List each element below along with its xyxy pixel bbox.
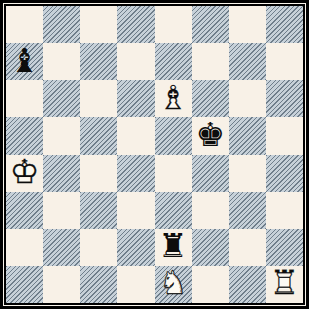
square-g6[interactable] (229, 80, 266, 117)
white-knight: ♞♘ (157, 268, 190, 301)
square-a7[interactable]: ♝ (6, 43, 43, 80)
square-b6[interactable] (43, 80, 80, 117)
square-h7[interactable] (266, 43, 303, 80)
square-a4[interactable]: ♚♔ (6, 155, 43, 192)
white-bishop-glyph: ♗ (158, 81, 188, 114)
square-g7[interactable] (229, 43, 266, 80)
square-h1[interactable]: ♜♖ (266, 266, 303, 303)
square-d4[interactable] (117, 155, 154, 192)
square-a2[interactable] (6, 229, 43, 266)
square-b8[interactable] (43, 6, 80, 43)
diagram-frame: ♝♝♗♚♚♔♜♞♘♜♖ (0, 0, 309, 309)
square-f5[interactable]: ♚ (192, 117, 229, 154)
frame-hairline: ♝♝♗♚♚♔♜♞♘♜♖ (3, 3, 306, 306)
square-d8[interactable] (117, 6, 154, 43)
square-f7[interactable] (192, 43, 229, 80)
square-c2[interactable] (80, 229, 117, 266)
square-f8[interactable] (192, 6, 229, 43)
square-e1[interactable]: ♞♘ (155, 266, 192, 303)
square-g8[interactable] (229, 6, 266, 43)
black-king: ♚ (194, 119, 227, 152)
white-rook-glyph: ♖ (270, 267, 300, 300)
square-b5[interactable] (43, 117, 80, 154)
square-b4[interactable] (43, 155, 80, 192)
white-king-glyph: ♔ (10, 155, 40, 188)
square-h4[interactable] (266, 155, 303, 192)
square-g3[interactable] (229, 192, 266, 229)
square-a1[interactable] (6, 266, 43, 303)
square-a3[interactable] (6, 192, 43, 229)
square-b7[interactable] (43, 43, 80, 80)
square-d5[interactable] (117, 117, 154, 154)
square-d3[interactable] (117, 192, 154, 229)
chess-board: ♝♝♗♚♚♔♜♞♘♜♖ (6, 6, 303, 303)
square-e8[interactable] (155, 6, 192, 43)
board-border: ♝♝♗♚♚♔♜♞♘♜♖ (4, 4, 305, 305)
square-g4[interactable] (229, 155, 266, 192)
square-c1[interactable] (80, 266, 117, 303)
square-c4[interactable] (80, 155, 117, 192)
black-king-glyph: ♚ (195, 118, 225, 151)
square-e2[interactable]: ♜ (155, 229, 192, 266)
square-e7[interactable] (155, 43, 192, 80)
black-bishop: ♝ (8, 45, 41, 78)
square-e6[interactable]: ♝♗ (155, 80, 192, 117)
square-g5[interactable] (229, 117, 266, 154)
square-f1[interactable] (192, 266, 229, 303)
square-h6[interactable] (266, 80, 303, 117)
white-rook: ♜♖ (268, 268, 301, 301)
black-rook: ♜ (157, 231, 190, 264)
square-f4[interactable] (192, 155, 229, 192)
square-a5[interactable] (6, 117, 43, 154)
white-knight-glyph: ♘ (158, 267, 188, 300)
square-e3[interactable] (155, 192, 192, 229)
square-f2[interactable] (192, 229, 229, 266)
black-bishop-glyph: ♝ (10, 44, 40, 77)
white-bishop: ♝♗ (157, 82, 190, 115)
square-b2[interactable] (43, 229, 80, 266)
square-h5[interactable] (266, 117, 303, 154)
square-b3[interactable] (43, 192, 80, 229)
square-c6[interactable] (80, 80, 117, 117)
white-king: ♚♔ (8, 157, 41, 190)
square-f3[interactable] (192, 192, 229, 229)
square-c8[interactable] (80, 6, 117, 43)
square-h8[interactable] (266, 6, 303, 43)
square-h3[interactable] (266, 192, 303, 229)
square-d2[interactable] (117, 229, 154, 266)
square-b1[interactable] (43, 266, 80, 303)
square-a8[interactable] (6, 6, 43, 43)
square-a6[interactable] (6, 80, 43, 117)
square-f6[interactable] (192, 80, 229, 117)
square-d1[interactable] (117, 266, 154, 303)
square-h2[interactable] (266, 229, 303, 266)
square-e5[interactable] (155, 117, 192, 154)
black-rook-glyph: ♜ (158, 229, 188, 262)
square-e4[interactable] (155, 155, 192, 192)
square-c3[interactable] (80, 192, 117, 229)
square-d7[interactable] (117, 43, 154, 80)
square-d6[interactable] (117, 80, 154, 117)
square-c7[interactable] (80, 43, 117, 80)
square-g1[interactable] (229, 266, 266, 303)
square-c5[interactable] (80, 117, 117, 154)
square-g2[interactable] (229, 229, 266, 266)
